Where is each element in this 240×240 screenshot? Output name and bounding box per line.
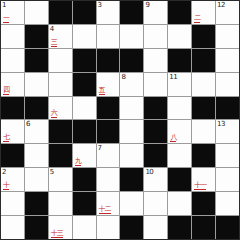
white-cell-r5c7[interactable]: 八 xyxy=(168,120,191,143)
black-cell-r3c3 xyxy=(73,73,96,96)
white-cell-r3c8[interactable] xyxy=(192,73,215,96)
white-cell-r2c0[interactable] xyxy=(1,49,24,72)
black-cell-r8c3 xyxy=(73,192,96,215)
white-cell-r7c8[interactable]: 十一 xyxy=(192,168,215,191)
down-clue-number: 2 xyxy=(2,168,6,176)
across-clue-number-chinese: 七 xyxy=(3,134,9,142)
black-cell-r8c8 xyxy=(192,192,215,215)
white-cell-r0c6[interactable]: 9 xyxy=(144,1,167,24)
white-cell-r5c1[interactable]: 6 xyxy=(25,120,48,143)
white-cell-r8c4[interactable]: 十二 xyxy=(97,192,120,215)
white-cell-r4c3[interactable] xyxy=(73,97,96,120)
black-cell-r0c2 xyxy=(49,1,72,24)
black-cell-r9c8 xyxy=(192,216,215,239)
black-cell-r7c7 xyxy=(168,168,191,191)
down-clue-number: 10 xyxy=(145,168,153,176)
black-cell-r2c4 xyxy=(97,49,120,72)
white-cell-r7c4[interactable] xyxy=(97,168,120,191)
black-cell-r1c8 xyxy=(192,25,215,48)
white-cell-r9c4[interactable] xyxy=(97,216,120,239)
black-cell-r5c4 xyxy=(97,120,120,143)
black-cell-r4c1 xyxy=(25,97,48,120)
black-cell-r2c5 xyxy=(120,49,143,72)
white-cell-r7c2[interactable]: 5 xyxy=(49,168,72,191)
white-cell-r9c3[interactable] xyxy=(73,216,96,239)
white-cell-r8c6[interactable] xyxy=(144,192,167,215)
white-cell-r0c1[interactable] xyxy=(25,1,48,24)
black-cell-r4c8 xyxy=(192,97,215,120)
white-cell-r1c5[interactable] xyxy=(120,25,143,48)
white-cell-r3c7[interactable]: 11 xyxy=(168,73,191,96)
black-cell-r0c3 xyxy=(73,1,96,24)
white-cell-r3c0[interactable]: 四 xyxy=(1,73,24,96)
white-cell-r5c5[interactable] xyxy=(120,120,143,143)
white-cell-r0c0[interactable]: 1一 xyxy=(1,1,24,24)
white-cell-r1c0[interactable] xyxy=(1,25,24,48)
black-cell-r4c9 xyxy=(216,97,239,120)
black-cell-r4c4 xyxy=(97,97,120,120)
across-clue-number-chinese: 二 xyxy=(194,15,200,23)
black-cell-r5c3 xyxy=(73,120,96,143)
white-cell-r0c9[interactable]: 12 xyxy=(216,1,239,24)
white-cell-r7c9[interactable] xyxy=(216,168,239,191)
white-cell-r1c2[interactable]: 4三 xyxy=(49,25,72,48)
across-clue-number-chinese: 十 xyxy=(3,182,9,190)
white-cell-r4c7[interactable] xyxy=(168,97,191,120)
black-cell-r2c3 xyxy=(73,49,96,72)
black-cell-r9c9 xyxy=(216,216,239,239)
white-cell-r1c4[interactable] xyxy=(97,25,120,48)
black-cell-r9c1 xyxy=(25,216,48,239)
across-clue-number-chinese: 九 xyxy=(75,158,81,166)
black-cell-r9c7 xyxy=(168,216,191,239)
down-clue-number: 4 xyxy=(50,25,54,33)
white-cell-r5c8[interactable] xyxy=(192,120,215,143)
across-clue-number-chinese: 六 xyxy=(51,110,57,118)
black-cell-r9c5 xyxy=(120,216,143,239)
black-cell-r4c0 xyxy=(1,97,24,120)
black-cell-r0c7 xyxy=(168,1,191,24)
down-clue-number: 9 xyxy=(145,1,149,9)
white-cell-r6c5[interactable] xyxy=(120,144,143,167)
black-cell-r2c1 xyxy=(25,49,48,72)
white-cell-r8c7[interactable] xyxy=(168,192,191,215)
across-clue-number-chinese: 十一 xyxy=(194,182,206,190)
black-cell-r2c7 xyxy=(168,49,191,72)
white-cell-r3c6[interactable] xyxy=(144,73,167,96)
white-cell-r8c0[interactable] xyxy=(1,192,24,215)
white-cell-r3c5[interactable]: 8 xyxy=(120,73,143,96)
down-clue-number: 7 xyxy=(98,144,102,152)
down-clue-number: 12 xyxy=(217,1,225,9)
across-clue-number-chinese: 三 xyxy=(51,39,57,47)
black-cell-r6c8 xyxy=(192,144,215,167)
white-cell-r4c5[interactable] xyxy=(120,97,143,120)
white-cell-r7c1[interactable] xyxy=(25,168,48,191)
white-cell-r1c9[interactable] xyxy=(216,25,239,48)
across-clue-number-chinese: 十三 xyxy=(51,230,63,238)
crossword-board: 1一39二124三四五811六七6八13九72十510十一十二十三 xyxy=(0,0,240,240)
down-clue-number: 1 xyxy=(2,1,6,9)
white-cell-r2c6[interactable] xyxy=(144,49,167,72)
white-cell-r7c0[interactable]: 2十 xyxy=(1,168,24,191)
white-cell-r5c0[interactable]: 七 xyxy=(1,120,24,143)
white-cell-r9c0[interactable] xyxy=(1,216,24,239)
white-cell-r9c2[interactable]: 十三 xyxy=(49,216,72,239)
white-cell-r9c6[interactable] xyxy=(144,216,167,239)
across-clue-number-chinese: 五 xyxy=(99,87,105,95)
down-clue-number: 3 xyxy=(98,1,102,9)
white-cell-r3c1[interactable] xyxy=(25,73,48,96)
black-cell-r8c1 xyxy=(25,192,48,215)
white-cell-r6c9[interactable] xyxy=(216,144,239,167)
down-clue-number: 8 xyxy=(121,73,125,81)
white-cell-r1c6[interactable] xyxy=(144,25,167,48)
black-cell-r6c6 xyxy=(144,144,167,167)
white-cell-r2c9[interactable] xyxy=(216,49,239,72)
white-cell-r3c9[interactable] xyxy=(216,73,239,96)
white-cell-r1c3[interactable] xyxy=(73,25,96,48)
black-cell-r2c8 xyxy=(192,49,215,72)
white-cell-r4c2[interactable]: 六 xyxy=(49,97,72,120)
across-clue-number-chinese: 八 xyxy=(170,134,176,142)
white-cell-r6c4[interactable]: 7 xyxy=(97,144,120,167)
down-clue-number: 11 xyxy=(169,73,177,81)
across-clue-number-chinese: 四 xyxy=(3,87,9,95)
white-cell-r1c7[interactable] xyxy=(168,25,191,48)
across-clue-number-chinese: 十二 xyxy=(99,206,111,214)
white-cell-r8c9[interactable] xyxy=(216,192,239,215)
black-cell-r1c1 xyxy=(25,25,48,48)
down-clue-number: 13 xyxy=(217,120,225,128)
white-cell-r2c2[interactable] xyxy=(49,49,72,72)
down-clue-number: 6 xyxy=(26,120,30,128)
black-cell-r6c2 xyxy=(49,144,72,167)
black-cell-r4c6 xyxy=(144,97,167,120)
white-cell-r8c2[interactable] xyxy=(49,192,72,215)
black-cell-r5c6 xyxy=(144,120,167,143)
black-cell-r7c3 xyxy=(73,168,96,191)
white-cell-r6c3[interactable]: 九 xyxy=(73,144,96,167)
black-cell-r0c5 xyxy=(120,1,143,24)
white-cell-r0c8[interactable]: 二 xyxy=(192,1,215,24)
white-cell-r8c5[interactable] xyxy=(120,192,143,215)
white-cell-r7c6[interactable]: 10 xyxy=(144,168,167,191)
across-clue-number-chinese: 一 xyxy=(3,15,9,23)
black-cell-r6c0 xyxy=(1,144,24,167)
white-cell-r3c2[interactable] xyxy=(49,73,72,96)
white-cell-r3c4[interactable]: 五 xyxy=(97,73,120,96)
black-cell-r7c5 xyxy=(120,168,143,191)
white-cell-r6c7[interactable] xyxy=(168,144,191,167)
white-cell-r5c9[interactable]: 13 xyxy=(216,120,239,143)
down-clue-number: 5 xyxy=(50,168,54,176)
white-cell-r0c4[interactable]: 3 xyxy=(97,1,120,24)
white-cell-r6c1[interactable] xyxy=(25,144,48,167)
black-cell-r5c2 xyxy=(49,120,72,143)
